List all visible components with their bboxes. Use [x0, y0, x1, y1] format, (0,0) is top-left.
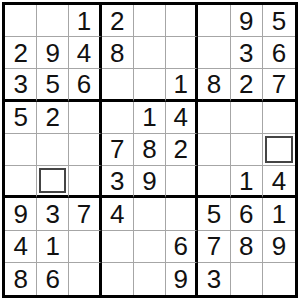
cell-r2c7[interactable] [198, 37, 230, 69]
cell-r6c6[interactable] [166, 166, 198, 198]
cell-r9c4[interactable] [102, 263, 134, 295]
sudoku-board: 1295294836356182752147823914937456141678… [2, 2, 298, 298]
cell-r8c5[interactable] [134, 231, 166, 263]
cell-r2c1[interactable]: 2 [5, 37, 37, 69]
cell-r2c9[interactable]: 6 [263, 37, 295, 69]
cell-r3c7[interactable]: 8 [198, 69, 230, 101]
given-digit: 1 [46, 233, 60, 259]
given-digit: 6 [77, 71, 91, 97]
cell-r6c1[interactable] [5, 166, 37, 198]
cell-r1c4[interactable]: 2 [102, 5, 134, 37]
cell-r8c2[interactable]: 1 [37, 231, 69, 263]
cell-r2c3[interactable]: 4 [69, 37, 101, 69]
selection-marker [265, 136, 293, 163]
cell-r4c8[interactable] [231, 102, 263, 134]
cell-r7c5[interactable] [134, 198, 166, 230]
cell-r8c4[interactable] [102, 231, 134, 263]
given-digit: 6 [173, 233, 187, 259]
given-digit: 9 [46, 40, 60, 66]
cell-r6c7[interactable] [198, 166, 230, 198]
cell-r1c2[interactable] [37, 5, 69, 37]
given-digit: 5 [13, 104, 27, 130]
cell-r2c5[interactable] [134, 37, 166, 69]
given-digit: 3 [110, 168, 124, 194]
given-digit: 9 [13, 201, 27, 227]
cell-r6c8[interactable]: 1 [231, 166, 263, 198]
cell-r3c4[interactable] [102, 69, 134, 101]
cell-r6c2[interactable] [37, 166, 69, 198]
cell-r2c6[interactable] [166, 37, 198, 69]
cell-r4c5[interactable]: 1 [134, 102, 166, 134]
given-digit: 6 [272, 40, 286, 66]
cell-r5c8[interactable] [231, 134, 263, 166]
given-digit: 8 [207, 71, 221, 97]
given-digit: 5 [272, 8, 286, 34]
given-digit: 3 [207, 266, 221, 292]
cell-r2c4[interactable]: 8 [102, 37, 134, 69]
given-digit: 4 [77, 40, 91, 66]
cell-r6c5[interactable]: 9 [134, 166, 166, 198]
cell-r7c8[interactable]: 6 [231, 198, 263, 230]
given-digit: 9 [239, 8, 253, 34]
cell-r1c5[interactable] [134, 5, 166, 37]
given-digit: 1 [77, 8, 91, 34]
cell-r9c2[interactable]: 6 [37, 263, 69, 295]
cell-r5c9[interactable] [263, 134, 295, 166]
cell-r7c1[interactable]: 9 [5, 198, 37, 230]
cell-r1c7[interactable] [198, 5, 230, 37]
cell-r4c7[interactable] [198, 102, 230, 134]
given-digit: 3 [239, 40, 253, 66]
cell-r9c6[interactable]: 9 [166, 263, 198, 295]
cell-r2c8[interactable]: 3 [231, 37, 263, 69]
given-digit: 3 [13, 71, 27, 97]
given-digit: 1 [239, 168, 253, 194]
cell-r5c7[interactable] [198, 134, 230, 166]
given-digit: 3 [46, 201, 60, 227]
cell-r3c6[interactable]: 1 [166, 69, 198, 101]
cell-r5c2[interactable] [37, 134, 69, 166]
cell-r9c1[interactable]: 8 [5, 263, 37, 295]
sudoku-page: 1295294836356182752147823914937456141678… [0, 0, 300, 300]
cell-r5c1[interactable] [5, 134, 37, 166]
given-digit: 2 [239, 71, 253, 97]
cell-r5c4[interactable]: 7 [102, 134, 134, 166]
cell-r4c1[interactable]: 5 [5, 102, 37, 134]
given-digit: 7 [207, 233, 221, 259]
cell-r5c3[interactable] [69, 134, 101, 166]
cell-r7c6[interactable] [166, 198, 198, 230]
cell-r6c9[interactable]: 4 [263, 166, 295, 198]
cell-r7c7[interactable]: 5 [198, 198, 230, 230]
cell-r8c8[interactable]: 8 [231, 231, 263, 263]
given-digit: 6 [46, 266, 60, 292]
given-digit: 5 [46, 71, 60, 97]
given-digit: 5 [207, 201, 221, 227]
cell-r3c5[interactable] [134, 69, 166, 101]
given-digit: 8 [110, 40, 124, 66]
given-digit: 6 [239, 201, 253, 227]
cell-r8c3[interactable] [69, 231, 101, 263]
cell-r1c3[interactable]: 1 [69, 5, 101, 37]
given-digit: 9 [272, 233, 286, 259]
cell-r8c1[interactable]: 4 [5, 231, 37, 263]
given-digit: 1 [173, 71, 187, 97]
given-digit: 2 [173, 136, 187, 162]
cell-r8c9[interactable]: 9 [263, 231, 295, 263]
cell-r7c3[interactable]: 7 [69, 198, 101, 230]
selection-marker [39, 168, 66, 193]
cell-r2c2[interactable]: 9 [37, 37, 69, 69]
given-digit: 9 [142, 168, 156, 194]
given-digit: 7 [272, 71, 286, 97]
cell-r7c2[interactable]: 3 [37, 198, 69, 230]
given-digit: 4 [13, 233, 27, 259]
cell-r7c9[interactable]: 1 [263, 198, 295, 230]
given-digit: 8 [239, 233, 253, 259]
given-digit: 8 [13, 266, 27, 292]
cell-r9c5[interactable] [134, 263, 166, 295]
given-digit: 2 [46, 104, 60, 130]
given-digit: 7 [110, 136, 124, 162]
cell-r7c4[interactable]: 4 [102, 198, 134, 230]
given-digit: 1 [142, 104, 156, 130]
cell-r9c3[interactable] [69, 263, 101, 295]
cell-r6c3[interactable] [69, 166, 101, 198]
cell-r9c8[interactable] [231, 263, 263, 295]
cell-r8c6[interactable]: 6 [166, 231, 198, 263]
cell-r1c1[interactable] [5, 5, 37, 37]
given-digit: 4 [173, 104, 187, 130]
cell-r3c1[interactable]: 3 [5, 69, 37, 101]
given-digit: 1 [272, 201, 286, 227]
cell-r1c6[interactable] [166, 5, 198, 37]
cell-r3c3[interactable]: 6 [69, 69, 101, 101]
cell-r4c9[interactable] [263, 102, 295, 134]
given-digit: 2 [13, 40, 27, 66]
given-digit: 8 [142, 136, 156, 162]
given-digit: 2 [110, 8, 124, 34]
cell-r3c9[interactable]: 7 [263, 69, 295, 101]
cell-r1c9[interactable]: 5 [263, 5, 295, 37]
cell-r5c5[interactable]: 8 [134, 134, 166, 166]
cell-r9c9[interactable] [263, 263, 295, 295]
cell-r1c8[interactable]: 9 [231, 5, 263, 37]
cell-r3c2[interactable]: 5 [37, 69, 69, 101]
cell-r3c8[interactable]: 2 [231, 69, 263, 101]
cell-r4c2[interactable]: 2 [37, 102, 69, 134]
cell-r4c6[interactable]: 4 [166, 102, 198, 134]
given-digit: 9 [173, 266, 187, 292]
given-digit: 4 [272, 168, 286, 194]
cell-r4c3[interactable] [69, 102, 101, 134]
cell-r5c6[interactable]: 2 [166, 134, 198, 166]
given-digit: 7 [77, 201, 91, 227]
cell-r8c7[interactable]: 7 [198, 231, 230, 263]
cell-r6c4[interactable]: 3 [102, 166, 134, 198]
cell-r4c4[interactable] [102, 102, 134, 134]
given-digit: 4 [110, 201, 124, 227]
cell-r9c7[interactable]: 3 [198, 263, 230, 295]
